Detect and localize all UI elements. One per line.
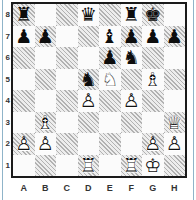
black-king-glyph: ♚ [142,4,164,26]
piece-white-pawn[interactable]: ♟♙ [35,133,57,155]
black-knight-glyph: ♞ [121,47,143,69]
piece-white-pawn[interactable]: ♟♙ [142,133,164,155]
white-pawn-outline: ♙ [13,133,35,155]
file-labels: ABCDEFGH [13,181,185,195]
file-label: F [121,181,143,195]
board-square[interactable]: ♜ [121,4,143,26]
board-square[interactable]: ♛ [78,4,100,26]
white-rook-fill: ♜ [121,155,143,177]
rank-label: 7 [0,26,10,48]
piece-black-pawn[interactable]: ♟ [121,26,143,48]
board-square[interactable]: ♜♖ [78,155,100,177]
board-square[interactable] [56,155,78,177]
file-label: C [56,181,78,195]
board-square[interactable] [121,112,143,134]
white-queen-fill: ♛ [164,112,186,134]
white-rook-outline: ♖ [78,155,100,177]
black-pawn-glyph: ♟ [99,47,121,69]
white-pawn-outline: ♙ [164,133,186,155]
piece-white-pawn[interactable]: ♟♙ [121,90,143,112]
file-label: H [164,181,186,195]
black-queen-glyph: ♛ [78,4,100,26]
board-square[interactable]: ♜ [13,4,35,26]
board-square[interactable] [99,90,121,112]
white-king-fill: ♚ [142,155,164,177]
board-square[interactable]: ♝♗ [35,112,57,134]
white-knight-outline: ♘ [99,69,121,91]
file-label: B [35,181,57,195]
board-square[interactable] [164,90,186,112]
board-square[interactable] [142,90,164,112]
piece-white-pawn[interactable]: ♟♙ [78,90,100,112]
white-king-outline: ♔ [142,155,164,177]
board-square[interactable]: ♟♙ [13,133,35,155]
piece-white-pawn[interactable]: ♟♙ [164,133,186,155]
board-square[interactable] [164,47,186,69]
white-pawn-outline: ♙ [142,133,164,155]
black-pawn-glyph: ♟ [164,26,186,48]
file-label: E [99,181,121,195]
piece-black-pawn[interactable]: ♟ [164,26,186,48]
board-square[interactable] [13,47,35,69]
board-square[interactable] [99,112,121,134]
board-square[interactable] [99,4,121,26]
board-square[interactable] [56,133,78,155]
board-square[interactable] [56,69,78,91]
board-square[interactable] [35,90,57,112]
board-square[interactable] [164,4,186,26]
board-square[interactable]: ♟♙ [78,90,100,112]
chessboard: ♜♛♜♚♟♟♝♟♟♟♟♞♞♞♘♝♗♟♙♟♙♝♗♛♕♟♙♟♙♟♙♟♙♜♖♜♖♚♔ [11,2,187,178]
white-bishop-outline: ♗ [142,69,164,91]
board-grid: ♜♛♜♚♟♟♝♟♟♟♟♞♞♞♘♝♗♟♙♟♙♝♗♛♕♟♙♟♙♟♙♟♙♜♖♜♖♚♔ [13,4,185,176]
board-square[interactable]: ♟ [121,26,143,48]
piece-white-knight[interactable]: ♞♘ [99,69,121,91]
rank-labels: 87654321 [0,4,10,176]
board-square[interactable] [56,47,78,69]
black-knight-glyph: ♞ [78,69,100,91]
board-square[interactable]: ♚ [142,4,164,26]
board-square[interactable] [78,47,100,69]
rank-label: 1 [0,155,10,177]
board-square[interactable] [56,112,78,134]
white-pawn-fill: ♟ [164,133,186,155]
white-pawn-fill: ♟ [78,90,100,112]
piece-white-bishop[interactable]: ♝♗ [142,69,164,91]
board-square[interactable] [164,155,186,177]
piece-white-bishop[interactable]: ♝♗ [35,112,57,134]
file-label: G [142,181,164,195]
black-pawn-glyph: ♟ [13,26,35,48]
piece-white-rook[interactable]: ♜♖ [121,155,143,177]
white-pawn-outline: ♙ [78,90,100,112]
white-bishop-fill: ♝ [142,69,164,91]
board-square[interactable]: ♟ [99,47,121,69]
piece-black-pawn[interactable]: ♟ [13,26,35,48]
board-square[interactable]: ♟ [164,26,186,48]
piece-white-rook[interactable]: ♜♖ [78,155,100,177]
white-pawn-outline: ♙ [121,90,143,112]
rank-label: 5 [0,69,10,91]
file-label: A [13,181,35,195]
board-square[interactable] [99,133,121,155]
board-square[interactable] [78,26,100,48]
white-pawn-outline: ♙ [35,133,57,155]
white-bishop-outline: ♗ [35,112,57,134]
white-pawn-fill: ♟ [35,133,57,155]
piece-black-rook[interactable]: ♜ [121,4,143,26]
board-square[interactable] [13,90,35,112]
white-rook-fill: ♜ [78,155,100,177]
board-square[interactable]: ♟ [142,26,164,48]
rank-label: 3 [0,112,10,134]
white-bishop-fill: ♝ [35,112,57,134]
rank-label: 8 [0,4,10,26]
black-rook-glyph: ♜ [13,4,35,26]
board-square[interactable]: ♟♙ [35,133,57,155]
white-knight-fill: ♞ [99,69,121,91]
board-square[interactable] [35,47,57,69]
white-queen-outline: ♕ [164,112,186,134]
white-rook-outline: ♖ [121,155,143,177]
rank-label: 2 [0,133,10,155]
board-square[interactable] [56,90,78,112]
board-square[interactable] [35,69,57,91]
page-edge-line-right [193,0,194,200]
board-square[interactable] [78,112,100,134]
piece-black-knight[interactable]: ♞ [121,47,143,69]
board-square[interactable]: ♝♗ [142,69,164,91]
board-square[interactable]: ♞♘ [99,69,121,91]
board-square[interactable]: ♚♔ [142,155,164,177]
board-square[interactable] [56,4,78,26]
chess-diagram-page: { "game": "chess", "position": { "fen": … [0,0,196,200]
board-square[interactable] [35,4,57,26]
board-square[interactable] [99,155,121,177]
board-square[interactable]: ♛♕ [164,112,186,134]
board-square[interactable]: ♞ [78,69,100,91]
board-square[interactable]: ♟ [35,26,57,48]
board-square[interactable]: ♞ [121,47,143,69]
black-pawn-glyph: ♟ [121,26,143,48]
piece-black-knight[interactable]: ♞ [78,69,100,91]
board-square[interactable]: ♟♙ [121,90,143,112]
board-square[interactable] [142,47,164,69]
board-square[interactable]: ♜♖ [121,155,143,177]
piece-white-pawn[interactable]: ♟♙ [13,133,35,155]
white-pawn-fill: ♟ [121,90,143,112]
board-square[interactable] [164,69,186,91]
piece-white-king[interactable]: ♚♔ [142,155,164,177]
piece-black-pawn[interactable]: ♟ [99,47,121,69]
board-square[interactable] [13,155,35,177]
board-square[interactable] [121,133,143,155]
rank-label: 4 [0,90,10,112]
piece-black-king[interactable]: ♚ [142,4,164,26]
black-rook-glyph: ♜ [121,4,143,26]
board-square[interactable] [13,112,35,134]
white-pawn-fill: ♟ [142,133,164,155]
file-label: D [78,181,100,195]
board-square[interactable] [142,112,164,134]
board-square[interactable] [78,133,100,155]
board-square[interactable]: ♝ [99,26,121,48]
black-pawn-glyph: ♟ [35,26,57,48]
board-square[interactable]: ♟♙ [164,133,186,155]
board-square[interactable] [56,26,78,48]
board-square[interactable] [13,69,35,91]
rank-label: 6 [0,47,10,69]
board-square[interactable]: ♟ [13,26,35,48]
piece-black-pawn[interactable]: ♟ [142,26,164,48]
white-pawn-fill: ♟ [13,133,35,155]
piece-black-rook[interactable]: ♜ [13,4,35,26]
piece-black-bishop[interactable]: ♝ [99,26,121,48]
piece-black-pawn[interactable]: ♟ [35,26,57,48]
piece-white-queen[interactable]: ♛♕ [164,112,186,134]
board-square[interactable]: ♟♙ [142,133,164,155]
board-square[interactable] [121,69,143,91]
piece-black-queen[interactable]: ♛ [78,4,100,26]
black-pawn-glyph: ♟ [142,26,164,48]
board-square[interactable] [35,155,57,177]
black-bishop-glyph: ♝ [99,26,121,48]
